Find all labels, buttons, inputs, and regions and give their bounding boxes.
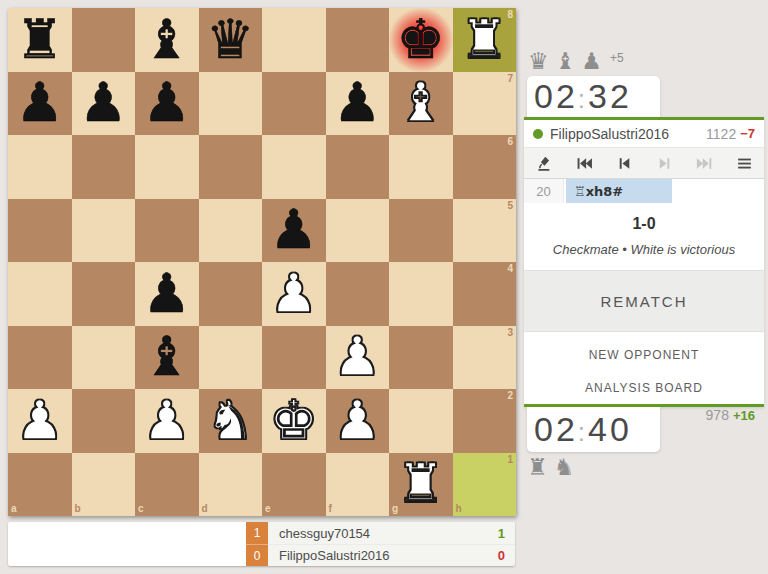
piece-white-pawn: ♟ <box>8 389 72 453</box>
last-move-button[interactable] <box>684 148 724 178</box>
game-info-panel: FilippoSalustri2016 1122 −7 <box>524 117 764 407</box>
scoreboard-score: 0 <box>473 544 515 566</box>
player-rating-bottom: 978 <box>706 407 729 423</box>
square-b7[interactable]: ♟ <box>72 72 136 136</box>
captured-pawn-icon: ♟ <box>581 48 602 74</box>
scoreboard-row[interactable]: 1chessguy701541 <box>246 522 515 544</box>
rating-delta-top: −7 <box>740 126 755 141</box>
captured-pieces-top: ♛♝♟ +5 <box>528 48 624 74</box>
square-b1[interactable]: b <box>72 453 136 517</box>
square-h5[interactable]: 5 <box>453 199 517 263</box>
square-h2[interactable]: 2 <box>453 389 517 453</box>
move-number: 20 <box>524 179 564 203</box>
piece-black-bishop: ♝ <box>135 326 199 390</box>
square-f7[interactable]: ♟ <box>326 72 390 136</box>
piece-white-pawn: ♟ <box>135 389 199 453</box>
square-f1[interactable]: f <box>326 453 390 517</box>
piece-black-queen: ♛ <box>199 8 263 72</box>
games-count: 1 <box>246 522 268 544</box>
square-e6[interactable] <box>262 135 326 199</box>
piece-white-pawn: ♟ <box>326 326 390 390</box>
rating-delta-bottom: +16 <box>733 408 755 423</box>
rank-label-1: 1 <box>507 455 513 465</box>
piece-black-pawn: ♟ <box>135 72 199 136</box>
file-label-b: b <box>75 504 81 514</box>
chat-area <box>8 522 246 566</box>
square-d2[interactable]: ♞ <box>199 389 263 453</box>
square-h1[interactable]: h1 <box>453 453 517 517</box>
rank-label-8: 8 <box>507 10 513 20</box>
next-move-button[interactable] <box>644 148 684 178</box>
scoreboard-player-name[interactable]: chessguy70154 <box>268 522 463 544</box>
captured-rook-icon: ♜ <box>527 454 548 480</box>
player-name-top[interactable]: FilippoSalustri2016 <box>550 126 669 142</box>
file-label-g: g <box>392 504 398 514</box>
move-list: 20 ♖xh8# <box>524 179 764 203</box>
piece-white-bishop: ♝ <box>389 72 453 136</box>
square-c5[interactable] <box>135 199 199 263</box>
square-d4[interactable] <box>199 262 263 326</box>
match-scoreboard: 1chessguy7015410FilippoSalustri20160 <box>8 522 515 566</box>
square-e7[interactable] <box>262 72 326 136</box>
piece-white-pawn: ♟ <box>326 389 390 453</box>
file-label-h: h <box>456 504 462 514</box>
square-d7[interactable] <box>199 72 263 136</box>
file-label-f: f <box>329 504 332 514</box>
rematch-button[interactable]: REMATCH <box>524 270 764 332</box>
square-e4[interactable]: ♟ <box>262 262 326 326</box>
file-label-e: e <box>265 504 271 514</box>
square-c7[interactable]: ♟ <box>135 72 199 136</box>
square-b3[interactable] <box>72 326 136 390</box>
square-d5[interactable] <box>199 199 263 263</box>
square-h6[interactable]: 6 <box>453 135 517 199</box>
square-d8[interactable]: ♛ <box>199 8 263 72</box>
player-rating-top: 1122 <box>706 126 736 142</box>
square-c4[interactable]: ♟ <box>135 262 199 326</box>
rank-label-6: 6 <box>507 137 513 147</box>
file-label-c: c <box>138 504 144 514</box>
captured-queen-icon: ♛ <box>528 48 549 74</box>
rank-label-3: 3 <box>507 328 513 338</box>
captured-pieces-bottom: ♜♞ <box>527 453 580 481</box>
square-a1[interactable]: a <box>8 453 72 517</box>
square-b2[interactable] <box>72 389 136 453</box>
clock-black-time: 02:32 <box>527 77 632 116</box>
square-e3[interactable] <box>262 326 326 390</box>
square-h3[interactable]: 3 <box>453 326 517 390</box>
result-score: 1-0 <box>524 215 764 233</box>
square-a8[interactable]: ♜ <box>8 8 72 72</box>
last-move-icon <box>696 155 713 172</box>
move-rxh8-mate[interactable]: ♖xh8# <box>566 179 672 203</box>
square-a7[interactable]: ♟ <box>8 72 72 136</box>
square-e8[interactable] <box>262 8 326 72</box>
square-c1[interactable]: c <box>135 453 199 517</box>
square-a2[interactable]: ♟ <box>8 389 72 453</box>
piece-white-rook: ♜ <box>389 453 453 517</box>
piece-black-pawn: ♟ <box>262 199 326 263</box>
square-g6[interactable] <box>389 135 453 199</box>
file-label-d: d <box>202 504 208 514</box>
square-b6[interactable] <box>72 135 136 199</box>
move-controls-bar <box>524 147 764 179</box>
scoreboard-player-name[interactable]: FilippoSalustri2016 <box>268 544 473 566</box>
player-row-top: FilippoSalustri2016 1122 −7 <box>524 120 764 147</box>
square-g8[interactable]: ♚ <box>389 8 453 72</box>
square-h8[interactable]: ♜8 <box>453 8 517 72</box>
square-d3[interactable] <box>199 326 263 390</box>
analysis-board-button[interactable]: ANALYSIS BOARD <box>524 371 764 404</box>
games-count: 0 <box>246 544 268 566</box>
square-g4[interactable] <box>389 262 453 326</box>
square-a3[interactable] <box>8 326 72 390</box>
square-f4[interactable] <box>326 262 390 326</box>
next-move-icon <box>656 155 673 172</box>
online-dot <box>533 129 543 139</box>
piece-white-pawn: ♟ <box>262 262 326 326</box>
piece-black-pawn: ♟ <box>135 262 199 326</box>
square-f6[interactable] <box>326 135 390 199</box>
file-label-a: a <box>11 504 17 514</box>
rank-label-2: 2 <box>507 391 513 401</box>
scoreboard-row[interactable]: 0FilippoSalustri20160 <box>246 544 515 566</box>
square-c2[interactable]: ♟ <box>135 389 199 453</box>
result-block: 1-0 Checkmate • White is victorious <box>524 203 764 257</box>
square-g5[interactable] <box>389 199 453 263</box>
square-c3[interactable]: ♝ <box>135 326 199 390</box>
chess-board[interactable]: ♜♝♛♚♜8♟♟♟♟♝76♟5♟♟4♝♟3♟♟♞♚♟2abcdef♜gh1 <box>8 8 516 516</box>
square-e1[interactable]: e <box>262 453 326 517</box>
square-c8[interactable]: ♝ <box>135 8 199 72</box>
square-e5[interactable]: ♟ <box>262 199 326 263</box>
square-d6[interactable] <box>199 135 263 199</box>
piece-black-pawn: ♟ <box>72 72 136 136</box>
square-d1[interactable]: d <box>199 453 263 517</box>
rank-label-5: 5 <box>507 201 513 211</box>
previous-move-icon <box>616 155 633 172</box>
microscope-icon <box>536 155 553 172</box>
square-g2[interactable] <box>389 389 453 453</box>
menu-button[interactable] <box>724 148 764 178</box>
clock-white: 02:40 <box>527 407 660 452</box>
square-f3[interactable]: ♟ <box>326 326 390 390</box>
scoreboard-score: 1 <box>463 522 515 544</box>
piece-white-king: ♚ <box>262 389 326 453</box>
square-c6[interactable] <box>135 135 199 199</box>
previous-move-button[interactable] <box>604 148 644 178</box>
square-h4[interactable]: 4 <box>453 262 517 326</box>
square-h7[interactable]: 7 <box>453 72 517 136</box>
piece-black-bishop: ♝ <box>135 8 199 72</box>
piece-white-knight: ♞ <box>199 389 263 453</box>
square-f2[interactable]: ♟ <box>326 389 390 453</box>
lichess-game-page: ♜♝♛♚♜8♟♟♟♟♝76♟5♟♟4♝♟3♟♟♞♚♟2abcdef♜gh1 1c… <box>0 0 768 574</box>
square-b4[interactable] <box>72 262 136 326</box>
square-g7[interactable]: ♝ <box>389 72 453 136</box>
material-advantage: +5 <box>610 51 624 65</box>
square-g1[interactable]: ♜g <box>389 453 453 517</box>
square-f5[interactable] <box>326 199 390 263</box>
square-a6[interactable] <box>8 135 72 199</box>
square-a4[interactable] <box>8 262 72 326</box>
piece-black-rook: ♜ <box>8 8 72 72</box>
piece-black-pawn: ♟ <box>326 72 390 136</box>
square-f8[interactable] <box>326 8 390 72</box>
analysis-button[interactable] <box>524 148 564 178</box>
piece-black-king: ♚ <box>389 8 453 72</box>
square-e2[interactable]: ♚ <box>262 389 326 453</box>
square-a5[interactable] <box>8 199 72 263</box>
piece-black-pawn: ♟ <box>8 72 72 136</box>
rank-label-7: 7 <box>507 74 513 84</box>
new-opponent-button[interactable]: NEW OPPONENT <box>524 338 764 371</box>
first-move-icon <box>576 155 593 172</box>
rank-label-4: 4 <box>507 264 513 274</box>
captured-bishop-icon: ♝ <box>555 48 576 74</box>
clock-black: 02:32 <box>527 76 660 117</box>
hamburger-icon <box>736 155 753 172</box>
square-b8[interactable] <box>72 8 136 72</box>
first-move-button[interactable] <box>564 148 604 178</box>
square-g3[interactable] <box>389 326 453 390</box>
result-status: Checkmate • White is victorious <box>524 242 764 257</box>
square-b5[interactable] <box>72 199 136 263</box>
captured-knight-icon: ♞ <box>554 454 575 480</box>
clock-white-time: 02:40 <box>527 410 632 449</box>
